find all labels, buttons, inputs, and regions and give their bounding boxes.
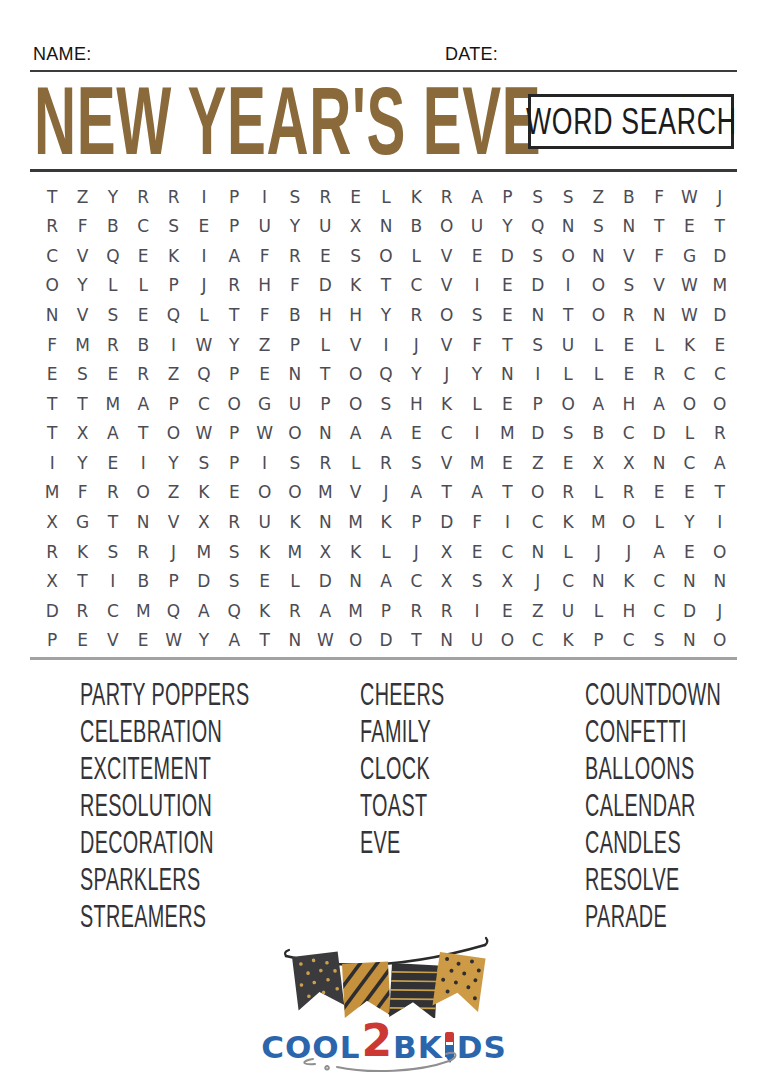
grid-cell-r7c21[interactable]: R [644,359,674,389]
grid-cell-r4c9[interactable]: F [280,271,310,301]
grid-cell-r6c13[interactable]: J [401,330,431,360]
grid-cell-r5c11[interactable]: H [340,300,370,330]
grid-cell-r1c3[interactable]: Y [98,182,128,212]
grid-cell-r4c6[interactable]: J [189,271,219,301]
grid-cell-r16c17[interactable]: C [523,625,553,655]
grid-cell-r12c4[interactable]: N [128,507,158,537]
grid-cell-r5c15[interactable]: S [462,300,492,330]
grid-cell-r2c11[interactable]: X [340,212,370,242]
grid-cell-r13c12[interactable]: L [371,537,401,567]
grid-cell-r7c7[interactable]: P [219,359,249,389]
grid-cell-r15c2[interactable]: R [67,596,97,626]
grid-cell-r4c5[interactable]: P [158,271,188,301]
grid-cell-r16c21[interactable]: S [644,625,674,655]
grid-cell-r12c5[interactable]: V [158,507,188,537]
grid-cell-r6c9[interactable]: P [280,330,310,360]
grid-cell-r13c5[interactable]: J [158,537,188,567]
grid-cell-r3c15[interactable]: E [462,241,492,271]
grid-cell-r14c21[interactable]: C [644,566,674,596]
grid-cell-r16c15[interactable]: U [462,625,492,655]
grid-cell-r5c20[interactable]: R [614,300,644,330]
grid-cell-r5c16[interactable]: E [492,300,522,330]
grid-cell-r6c2[interactable]: M [67,330,97,360]
grid-cell-r15c3[interactable]: C [98,596,128,626]
grid-cell-r15c19[interactable]: L [583,596,613,626]
grid-cell-r10c18[interactable]: E [553,448,583,478]
grid-cell-r16c13[interactable]: T [401,625,431,655]
grid-cell-r6c18[interactable]: U [553,330,583,360]
grid-cell-r7c18[interactable]: L [553,359,583,389]
grid-cell-r2c5[interactable]: S [158,212,188,242]
grid-cell-r8c18[interactable]: O [553,389,583,419]
grid-cell-r11c10[interactable]: M [310,478,340,508]
grid-cell-r15c12[interactable]: P [371,596,401,626]
grid-cell-r2c4[interactable]: C [128,212,158,242]
grid-cell-r8c4[interactable]: A [128,389,158,419]
grid-cell-r1c16[interactable]: P [492,182,522,212]
grid-cell-r11c13[interactable]: A [401,478,431,508]
grid-cell-r5c3[interactable]: S [98,300,128,330]
grid-cell-r10c2[interactable]: Y [67,448,97,478]
grid-cell-r8c14[interactable]: K [432,389,462,419]
grid-cell-r3c1[interactable]: C [37,241,67,271]
grid-cell-r14c17[interactable]: J [523,566,553,596]
grid-cell-r13c7[interactable]: S [219,537,249,567]
grid-cell-r12c6[interactable]: X [189,507,219,537]
grid-cell-r8c13[interactable]: H [401,389,431,419]
grid-cell-r7c13[interactable]: Y [401,359,431,389]
grid-cell-r9c20[interactable]: C [614,419,644,449]
grid-cell-r10c23[interactable]: A [705,448,735,478]
grid-cell-r1c19[interactable]: Z [583,182,613,212]
grid-cell-r12c23[interactable]: I [705,507,735,537]
grid-cell-r5c4[interactable]: E [128,300,158,330]
grid-cell-r14c16[interactable]: X [492,566,522,596]
grid-cell-r14c11[interactable]: N [340,566,370,596]
grid-cell-r2c7[interactable]: P [219,212,249,242]
grid-cell-r11c11[interactable]: V [340,478,370,508]
grid-cell-r10c16[interactable]: E [492,448,522,478]
grid-cell-r16c2[interactable]: E [67,625,97,655]
grid-cell-r15c16[interactable]: E [492,596,522,626]
grid-cell-r8c3[interactable]: M [98,389,128,419]
grid-cell-r12c16[interactable]: I [492,507,522,537]
grid-cell-r11c19[interactable]: L [583,478,613,508]
grid-cell-r15c20[interactable]: H [614,596,644,626]
grid-cell-r9c19[interactable]: B [583,419,613,449]
grid-cell-r3c13[interactable]: L [401,241,431,271]
grid-cell-r3c22[interactable]: G [674,241,704,271]
grid-cell-r4c4[interactable]: L [128,271,158,301]
grid-cell-r12c19[interactable]: M [583,507,613,537]
grid-cell-r5c13[interactable]: R [401,300,431,330]
grid-cell-r9c9[interactable]: O [280,419,310,449]
grid-cell-r7c3[interactable]: E [98,359,128,389]
grid-cell-r2c23[interactable]: T [705,212,735,242]
grid-cell-r15c4[interactable]: M [128,596,158,626]
grid-cell-r12c3[interactable]: T [98,507,128,537]
grid-cell-r4c22[interactable]: W [674,271,704,301]
grid-cell-r7c23[interactable]: C [705,359,735,389]
grid-cell-r12c14[interactable]: D [432,507,462,537]
grid-cell-r1c6[interactable]: I [189,182,219,212]
grid-cell-r9c13[interactable]: E [401,419,431,449]
grid-cell-r2c12[interactable]: N [371,212,401,242]
grid-cell-r5c6[interactable]: L [189,300,219,330]
grid-cell-r2c13[interactable]: B [401,212,431,242]
grid-cell-r3c16[interactable]: D [492,241,522,271]
grid-cell-r7c15[interactable]: Y [462,359,492,389]
grid-cell-r1c12[interactable]: L [371,182,401,212]
grid-cell-r15c7[interactable]: Q [219,596,249,626]
grid-cell-r2c9[interactable]: Y [280,212,310,242]
grid-cell-r15c14[interactable]: R [432,596,462,626]
grid-cell-r4c20[interactable]: S [614,271,644,301]
grid-cell-r6c22[interactable]: K [674,330,704,360]
grid-cell-r2c8[interactable]: U [249,212,279,242]
grid-cell-r1c7[interactable]: P [219,182,249,212]
grid-cell-r7c12[interactable]: Q [371,359,401,389]
grid-cell-r5c17[interactable]: N [523,300,553,330]
grid-cell-r13c10[interactable]: X [310,537,340,567]
grid-cell-r4c10[interactable]: D [310,271,340,301]
grid-cell-r4c23[interactable]: M [705,271,735,301]
grid-cell-r1c13[interactable]: K [401,182,431,212]
grid-cell-r5c8[interactable]: F [249,300,279,330]
grid-cell-r4c21[interactable]: V [644,271,674,301]
grid-cell-r11c23[interactable]: T [705,478,735,508]
grid-cell-r1c10[interactable]: R [310,182,340,212]
grid-cell-r3c5[interactable]: K [158,241,188,271]
grid-cell-r9c8[interactable]: W [249,419,279,449]
grid-cell-r8c19[interactable]: A [583,389,613,419]
grid-cell-r5c12[interactable]: Y [371,300,401,330]
grid-cell-r6c15[interactable]: F [462,330,492,360]
grid-cell-r3c12[interactable]: O [371,241,401,271]
grid-cell-r11c4[interactable]: O [128,478,158,508]
grid-cell-r5c23[interactable]: D [705,300,735,330]
grid-cell-r8c11[interactable]: O [340,389,370,419]
grid-cell-r3c6[interactable]: I [189,241,219,271]
grid-cell-r3c8[interactable]: F [249,241,279,271]
grid-cell-r16c5[interactable]: W [158,625,188,655]
grid-cell-r3c2[interactable]: V [67,241,97,271]
grid-cell-r4c19[interactable]: O [583,271,613,301]
grid-cell-r9c15[interactable]: I [462,419,492,449]
grid-cell-r7c14[interactable]: J [432,359,462,389]
grid-cell-r9c14[interactable]: C [432,419,462,449]
grid-cell-r6c5[interactable]: I [158,330,188,360]
grid-cell-r3c11[interactable]: S [340,241,370,271]
grid-cell-r8c22[interactable]: O [674,389,704,419]
grid-cell-r13c17[interactable]: N [523,537,553,567]
grid-cell-r10c19[interactable]: X [583,448,613,478]
grid-cell-r4c2[interactable]: Y [67,271,97,301]
grid-cell-r1c8[interactable]: I [249,182,279,212]
grid-cell-r11c16[interactable]: T [492,478,522,508]
grid-cell-r15c23[interactable]: J [705,596,735,626]
grid-cell-r11c14[interactable]: T [432,478,462,508]
grid-cell-r10c13[interactable]: S [401,448,431,478]
grid-cell-r9c18[interactable]: S [553,419,583,449]
grid-cell-r14c22[interactable]: N [674,566,704,596]
grid-cell-r4c15[interactable]: I [462,271,492,301]
grid-cell-r15c15[interactable]: I [462,596,492,626]
grid-cell-r10c11[interactable]: L [340,448,370,478]
grid-cell-r15c8[interactable]: K [249,596,279,626]
grid-cell-r1c4[interactable]: R [128,182,158,212]
grid-cell-r11c9[interactable]: O [280,478,310,508]
grid-cell-r10c5[interactable]: Y [158,448,188,478]
grid-cell-r5c19[interactable]: O [583,300,613,330]
grid-cell-r12c7[interactable]: R [219,507,249,537]
grid-cell-r13c1[interactable]: R [37,537,67,567]
grid-cell-r13c9[interactable]: M [280,537,310,567]
grid-cell-r10c22[interactable]: C [674,448,704,478]
grid-cell-r10c15[interactable]: M [462,448,492,478]
grid-cell-r14c13[interactable]: C [401,566,431,596]
grid-cell-r10c9[interactable]: S [280,448,310,478]
grid-cell-r13c20[interactable]: J [614,537,644,567]
grid-cell-r8c5[interactable]: P [158,389,188,419]
grid-cell-r1c17[interactable]: S [523,182,553,212]
grid-cell-r6c10[interactable]: L [310,330,340,360]
grid-cell-r2c10[interactable]: U [310,212,340,242]
grid-cell-r15c18[interactable]: U [553,596,583,626]
grid-cell-r4c8[interactable]: H [249,271,279,301]
grid-cell-r3c14[interactable]: V [432,241,462,271]
grid-cell-r16c12[interactable]: D [371,625,401,655]
grid-cell-r12c11[interactable]: M [340,507,370,537]
grid-cell-r5c7[interactable]: T [219,300,249,330]
grid-cell-r1c1[interactable]: T [37,182,67,212]
grid-cell-r5c18[interactable]: T [553,300,583,330]
grid-cell-r12c9[interactable]: K [280,507,310,537]
grid-cell-r13c11[interactable]: K [340,537,370,567]
grid-cell-r13c23[interactable]: O [705,537,735,567]
grid-cell-r14c3[interactable]: I [98,566,128,596]
grid-cell-r16c7[interactable]: A [219,625,249,655]
grid-cell-r7c8[interactable]: E [249,359,279,389]
grid-cell-r5c5[interactable]: Q [158,300,188,330]
grid-cell-r16c11[interactable]: O [340,625,370,655]
grid-cell-r10c1[interactable]: I [37,448,67,478]
grid-cell-r14c8[interactable]: E [249,566,279,596]
grid-cell-r16c20[interactable]: C [614,625,644,655]
grid-cell-r9c17[interactable]: D [523,419,553,449]
grid-cell-r1c9[interactable]: S [280,182,310,212]
grid-cell-r2c17[interactable]: Q [523,212,553,242]
grid-cell-r14c18[interactable]: C [553,566,583,596]
grid-cell-r14c1[interactable]: X [37,566,67,596]
grid-cell-r10c12[interactable]: R [371,448,401,478]
grid-cell-r15c11[interactable]: M [340,596,370,626]
grid-cell-r1c20[interactable]: B [614,182,644,212]
grid-cell-r16c6[interactable]: Y [189,625,219,655]
grid-cell-r7c17[interactable]: I [523,359,553,389]
grid-cell-r7c11[interactable]: O [340,359,370,389]
grid-cell-r8c20[interactable]: H [614,389,644,419]
grid-cell-r3c21[interactable]: F [644,241,674,271]
grid-cell-r11c20[interactable]: R [614,478,644,508]
grid-cell-r2c3[interactable]: B [98,212,128,242]
grid-cell-r13c4[interactable]: R [128,537,158,567]
grid-cell-r14c2[interactable]: T [67,566,97,596]
grid-cell-r13c21[interactable]: A [644,537,674,567]
grid-cell-r1c18[interactable]: S [553,182,583,212]
grid-cell-r4c11[interactable]: K [340,271,370,301]
grid-cell-r2c6[interactable]: E [189,212,219,242]
grid-cell-r8c2[interactable]: T [67,389,97,419]
grid-cell-r8c21[interactable]: A [644,389,674,419]
grid-cell-r9c1[interactable]: T [37,419,67,449]
grid-cell-r9c11[interactable]: A [340,419,370,449]
grid-cell-r8c16[interactable]: E [492,389,522,419]
grid-cell-r10c21[interactable]: N [644,448,674,478]
grid-cell-r6c4[interactable]: B [128,330,158,360]
grid-cell-r16c22[interactable]: N [674,625,704,655]
grid-cell-r5c1[interactable]: N [37,300,67,330]
grid-cell-r11c15[interactable]: A [462,478,492,508]
grid-cell-r12c2[interactable]: G [67,507,97,537]
grid-cell-r11c2[interactable]: F [67,478,97,508]
grid-cell-r12c17[interactable]: C [523,507,553,537]
grid-cell-r2c2[interactable]: F [67,212,97,242]
grid-cell-r13c8[interactable]: K [249,537,279,567]
grid-cell-r4c16[interactable]: E [492,271,522,301]
grid-cell-r2c14[interactable]: O [432,212,462,242]
grid-cell-r8c7[interactable]: O [219,389,249,419]
grid-cell-r1c14[interactable]: R [432,182,462,212]
grid-cell-r10c3[interactable]: E [98,448,128,478]
grid-cell-r7c5[interactable]: Z [158,359,188,389]
grid-cell-r9c7[interactable]: P [219,419,249,449]
grid-cell-r6c3[interactable]: R [98,330,128,360]
grid-cell-r14c14[interactable]: X [432,566,462,596]
grid-cell-r15c21[interactable]: C [644,596,674,626]
grid-cell-r12c13[interactable]: P [401,507,431,537]
grid-cell-r8c10[interactable]: P [310,389,340,419]
grid-cell-r11c6[interactable]: K [189,478,219,508]
grid-cell-r8c23[interactable]: O [705,389,735,419]
grid-cell-r9c2[interactable]: X [67,419,97,449]
grid-cell-r15c5[interactable]: Q [158,596,188,626]
grid-cell-r7c16[interactable]: N [492,359,522,389]
grid-cell-r11c17[interactable]: O [523,478,553,508]
grid-cell-r1c11[interactable]: E [340,182,370,212]
grid-cell-r2c1[interactable]: R [37,212,67,242]
grid-cell-r13c6[interactable]: M [189,537,219,567]
grid-cell-r8c6[interactable]: C [189,389,219,419]
grid-cell-r15c17[interactable]: Z [523,596,553,626]
grid-cell-r16c3[interactable]: V [98,625,128,655]
grid-cell-r6c8[interactable]: Z [249,330,279,360]
grid-cell-r1c15[interactable]: A [462,182,492,212]
grid-cell-r16c10[interactable]: W [310,625,340,655]
grid-cell-r12c8[interactable]: U [249,507,279,537]
grid-cell-r13c13[interactable]: J [401,537,431,567]
grid-cell-r7c2[interactable]: S [67,359,97,389]
grid-cell-r13c19[interactable]: J [583,537,613,567]
grid-cell-r6c7[interactable]: Y [219,330,249,360]
grid-cell-r4c14[interactable]: V [432,271,462,301]
grid-cell-r9c21[interactable]: D [644,419,674,449]
grid-cell-r2c22[interactable]: E [674,212,704,242]
grid-cell-r15c1[interactable]: D [37,596,67,626]
grid-cell-r14c9[interactable]: L [280,566,310,596]
grid-cell-r3c23[interactable]: D [705,241,735,271]
grid-cell-r13c15[interactable]: E [462,537,492,567]
grid-cell-r15c9[interactable]: R [280,596,310,626]
grid-cell-r6c11[interactable]: V [340,330,370,360]
grid-cell-r6c12[interactable]: I [371,330,401,360]
grid-cell-r8c17[interactable]: P [523,389,553,419]
grid-cell-r7c22[interactable]: C [674,359,704,389]
grid-cell-r3c17[interactable]: S [523,241,553,271]
grid-cell-r3c10[interactable]: E [310,241,340,271]
grid-cell-r11c8[interactable]: O [249,478,279,508]
grid-cell-r1c22[interactable]: W [674,182,704,212]
grid-cell-r7c20[interactable]: E [614,359,644,389]
grid-cell-r8c15[interactable]: L [462,389,492,419]
grid-cell-r6c17[interactable]: S [523,330,553,360]
grid-cell-r5c21[interactable]: N [644,300,674,330]
grid-cell-r2c21[interactable]: T [644,212,674,242]
grid-cell-r10c6[interactable]: S [189,448,219,478]
grid-cell-r11c18[interactable]: R [553,478,583,508]
grid-cell-r2c15[interactable]: U [462,212,492,242]
grid-cell-r12c18[interactable]: K [553,507,583,537]
grid-cell-r3c20[interactable]: V [614,241,644,271]
grid-cell-r10c17[interactable]: Z [523,448,553,478]
grid-cell-r12c21[interactable]: L [644,507,674,537]
grid-cell-r14c5[interactable]: P [158,566,188,596]
grid-cell-r16c4[interactable]: E [128,625,158,655]
grid-cell-r9c3[interactable]: A [98,419,128,449]
grid-cell-r6c20[interactable]: E [614,330,644,360]
grid-cell-r14c6[interactable]: D [189,566,219,596]
grid-cell-r13c2[interactable]: K [67,537,97,567]
grid-cell-r2c16[interactable]: Y [492,212,522,242]
grid-cell-r8c12[interactable]: S [371,389,401,419]
grid-cell-r15c13[interactable]: R [401,596,431,626]
grid-cell-r2c20[interactable]: N [614,212,644,242]
grid-cell-r12c20[interactable]: O [614,507,644,537]
grid-cell-r4c17[interactable]: D [523,271,553,301]
grid-cell-r13c18[interactable]: L [553,537,583,567]
grid-cell-r11c21[interactable]: E [644,478,674,508]
grid-cell-r16c1[interactable]: P [37,625,67,655]
grid-cell-r12c10[interactable]: N [310,507,340,537]
grid-cell-r9c16[interactable]: M [492,419,522,449]
grid-cell-r3c9[interactable]: R [280,241,310,271]
grid-cell-r16c18[interactable]: K [553,625,583,655]
grid-cell-r15c10[interactable]: A [310,596,340,626]
grid-cell-r4c3[interactable]: L [98,271,128,301]
grid-cell-r3c18[interactable]: O [553,241,583,271]
grid-cell-r13c22[interactable]: E [674,537,704,567]
grid-cell-r14c19[interactable]: N [583,566,613,596]
grid-cell-r12c12[interactable]: K [371,507,401,537]
grid-cell-r6c6[interactable]: W [189,330,219,360]
grid-cell-r16c8[interactable]: T [249,625,279,655]
grid-cell-r8c8[interactable]: G [249,389,279,419]
grid-cell-r3c7[interactable]: A [219,241,249,271]
grid-cell-r14c15[interactable]: S [462,566,492,596]
grid-cell-r11c22[interactable]: E [674,478,704,508]
grid-cell-r12c22[interactable]: Y [674,507,704,537]
grid-cell-r8c9[interactable]: U [280,389,310,419]
